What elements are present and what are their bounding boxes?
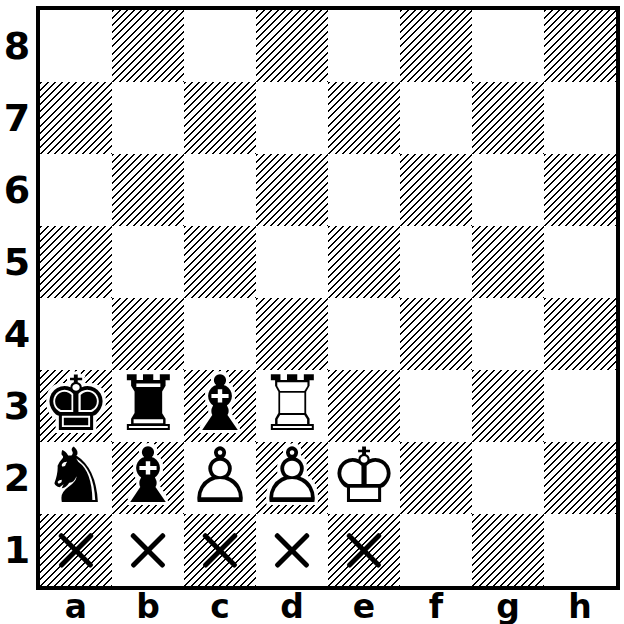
square-d6[interactable] bbox=[256, 154, 328, 226]
rank-label-5: 5 bbox=[0, 226, 34, 298]
square-h7[interactable] bbox=[544, 82, 616, 154]
square-f2[interactable] bbox=[400, 442, 472, 514]
square-h3[interactable] bbox=[544, 370, 616, 442]
file-label-b: b bbox=[112, 590, 184, 624]
square-b1[interactable] bbox=[112, 514, 184, 586]
piece-glyph: ♝ bbox=[112, 438, 184, 514]
square-b7[interactable] bbox=[112, 82, 184, 154]
file-label-f: f bbox=[400, 590, 472, 624]
piece-white-pawn[interactable]: ♟♙ bbox=[256, 442, 328, 514]
square-d1[interactable] bbox=[256, 514, 328, 586]
square-f5[interactable] bbox=[400, 226, 472, 298]
file-label-h: h bbox=[544, 590, 616, 624]
chess-diagram: 87654321 ♚♚♜♜♝♝♜♖♞♞♝♝♟♙♟♙♚♔ abcdefgh bbox=[0, 0, 624, 624]
square-h2[interactable] bbox=[544, 442, 616, 514]
square-g5[interactable] bbox=[472, 226, 544, 298]
file-label-c: c bbox=[184, 590, 256, 624]
chess-board: ♚♚♜♜♝♝♜♖♞♞♝♝♟♙♟♙♚♔ bbox=[36, 6, 620, 590]
file-label-d: d bbox=[256, 590, 328, 624]
square-e4[interactable] bbox=[328, 298, 400, 370]
x-mark bbox=[342, 528, 386, 572]
square-f6[interactable] bbox=[400, 154, 472, 226]
square-d5[interactable] bbox=[256, 226, 328, 298]
rank-label-1: 1 bbox=[0, 514, 34, 586]
square-c2[interactable]: ♟♙ bbox=[184, 442, 256, 514]
square-h6[interactable] bbox=[544, 154, 616, 226]
square-g1[interactable] bbox=[472, 514, 544, 586]
rank-label-6: 6 bbox=[0, 154, 34, 226]
file-label-a: a bbox=[40, 590, 112, 624]
square-a1[interactable] bbox=[40, 514, 112, 586]
piece-black-knight[interactable]: ♞♞ bbox=[40, 442, 112, 514]
square-a5[interactable] bbox=[40, 226, 112, 298]
square-c8[interactable] bbox=[184, 10, 256, 82]
square-h1[interactable] bbox=[544, 514, 616, 586]
square-f7[interactable] bbox=[400, 82, 472, 154]
square-f4[interactable] bbox=[400, 298, 472, 370]
square-h4[interactable] bbox=[544, 298, 616, 370]
square-e8[interactable] bbox=[328, 10, 400, 82]
square-c6[interactable] bbox=[184, 154, 256, 226]
square-g7[interactable] bbox=[472, 82, 544, 154]
square-a6[interactable] bbox=[40, 154, 112, 226]
x-mark bbox=[54, 528, 98, 572]
file-labels: abcdefgh bbox=[40, 590, 616, 624]
square-a7[interactable] bbox=[40, 82, 112, 154]
square-d7[interactable] bbox=[256, 82, 328, 154]
square-g3[interactable] bbox=[472, 370, 544, 442]
square-e1[interactable] bbox=[328, 514, 400, 586]
square-c1[interactable] bbox=[184, 514, 256, 586]
piece-black-bishop[interactable]: ♝♝ bbox=[112, 442, 184, 514]
square-f8[interactable] bbox=[400, 10, 472, 82]
square-a8[interactable] bbox=[40, 10, 112, 82]
square-c7[interactable] bbox=[184, 82, 256, 154]
rank-label-4: 4 bbox=[0, 298, 34, 370]
square-d2[interactable]: ♟♙ bbox=[256, 442, 328, 514]
square-d8[interactable] bbox=[256, 10, 328, 82]
piece-glyph: ♙ bbox=[256, 438, 328, 514]
square-e7[interactable] bbox=[328, 82, 400, 154]
square-b8[interactable] bbox=[112, 10, 184, 82]
piece-white-king[interactable]: ♚♔ bbox=[328, 442, 400, 514]
piece-white-pawn[interactable]: ♟♙ bbox=[184, 442, 256, 514]
square-b5[interactable] bbox=[112, 226, 184, 298]
square-c5[interactable] bbox=[184, 226, 256, 298]
square-e6[interactable] bbox=[328, 154, 400, 226]
square-g6[interactable] bbox=[472, 154, 544, 226]
square-e2[interactable]: ♚♔ bbox=[328, 442, 400, 514]
piece-glyph: ♞ bbox=[40, 438, 112, 514]
rank-labels: 87654321 bbox=[0, 10, 34, 586]
square-f3[interactable] bbox=[400, 370, 472, 442]
square-g8[interactable] bbox=[472, 10, 544, 82]
square-f1[interactable] bbox=[400, 514, 472, 586]
rank-label-2: 2 bbox=[0, 442, 34, 514]
piece-glyph: ♔ bbox=[328, 438, 400, 514]
file-label-e: e bbox=[328, 590, 400, 624]
square-b6[interactable] bbox=[112, 154, 184, 226]
x-mark bbox=[198, 528, 242, 572]
x-mark bbox=[126, 528, 170, 572]
square-g4[interactable] bbox=[472, 298, 544, 370]
square-g2[interactable] bbox=[472, 442, 544, 514]
rank-label-7: 7 bbox=[0, 82, 34, 154]
square-a2[interactable]: ♞♞ bbox=[40, 442, 112, 514]
square-h5[interactable] bbox=[544, 226, 616, 298]
x-mark bbox=[270, 528, 314, 572]
square-h8[interactable] bbox=[544, 10, 616, 82]
rank-label-3: 3 bbox=[0, 370, 34, 442]
piece-glyph: ♙ bbox=[184, 438, 256, 514]
square-b2[interactable]: ♝♝ bbox=[112, 442, 184, 514]
file-label-g: g bbox=[472, 590, 544, 624]
square-e5[interactable] bbox=[328, 226, 400, 298]
rank-label-8: 8 bbox=[0, 10, 34, 82]
